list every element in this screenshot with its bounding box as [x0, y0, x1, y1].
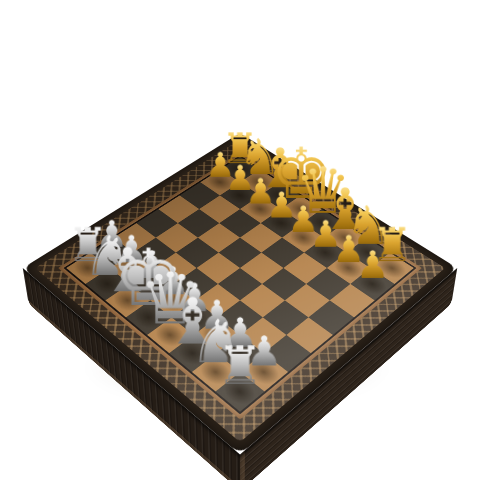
- chess-board: ♜♞♝♚♛♝♞♜♟♟♟♟♟♟♟♟♟♟♟♟♟♟♟♟♜♞♝♚♛♝♞♜: [23, 133, 457, 455]
- silver-rook-icon: ♜: [197, 338, 284, 391]
- scene: ♜♞♝♚♛♝♞♜♟♟♟♟♟♟♟♟♟♟♟♟♟♟♟♟♜♞♝♚♛♝♞♜: [0, 0, 480, 480]
- gold-pawn-icon: ♟: [333, 246, 411, 284]
